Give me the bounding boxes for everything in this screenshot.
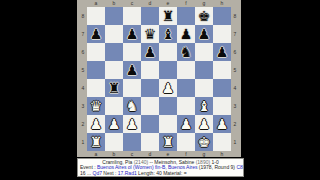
square-h7[interactable] xyxy=(213,25,231,43)
square-c2[interactable]: ♟ xyxy=(123,115,141,133)
file-label-bottom-e: e xyxy=(159,151,177,157)
file-label-top-b: b xyxy=(105,0,123,7)
square-b1[interactable] xyxy=(105,133,123,151)
game-info-line3-seg3-text: Next : xyxy=(102,170,118,176)
game-info-line3-seg1-text: 16 ... xyxy=(80,170,93,176)
piece-black-king-g8[interactable]: ♚ xyxy=(198,7,211,25)
rank-label-right-2: 2 xyxy=(231,115,239,133)
game-info-line3-seg4-link[interactable]: 17.Rad1 xyxy=(118,170,137,176)
square-f5[interactable] xyxy=(177,61,195,79)
square-h3[interactable] xyxy=(213,97,231,115)
piece-black-pawn-a7[interactable]: ♟ xyxy=(90,25,103,43)
file-label-bottom-f: f xyxy=(177,151,195,157)
square-c5[interactable]: ♟ xyxy=(123,61,141,79)
board-corner xyxy=(231,151,239,157)
square-d5[interactable] xyxy=(141,61,159,79)
file-label-top-g: g xyxy=(195,0,213,7)
file-label-top-d: d xyxy=(141,0,159,7)
rank-label-right-1: 1 xyxy=(231,133,239,151)
game-info-line-3: 16 ... Qd7 Next : 17.Rad1 Length: 40 Mat… xyxy=(80,171,241,176)
square-b8[interactable] xyxy=(105,7,123,25)
square-d6[interactable]: ♟ xyxy=(141,43,159,61)
square-d8[interactable] xyxy=(141,7,159,25)
piece-white-rook-a1[interactable]: ♜ xyxy=(90,133,103,151)
chess-board: abcdefgh8♜♚87♟♟♛♝♟♟76♟♞♟65♟54♜♟43♛♞♝32♟♟… xyxy=(79,0,239,157)
square-h8[interactable] xyxy=(213,7,231,25)
square-g8[interactable]: ♚ xyxy=(195,7,213,25)
piece-white-bishop-g3[interactable]: ♝ xyxy=(198,97,211,115)
square-g6[interactable] xyxy=(195,43,213,61)
rank-label-left-8: 8 xyxy=(79,7,87,25)
rank-label-left-6: 6 xyxy=(79,43,87,61)
square-c1[interactable] xyxy=(123,133,141,151)
file-label-top-c: c xyxy=(123,0,141,7)
square-h1[interactable] xyxy=(213,133,231,151)
square-b5[interactable] xyxy=(105,61,123,79)
piece-white-pawn-g2[interactable]: ♟ xyxy=(198,115,211,133)
rank-label-right-3: 3 xyxy=(231,97,239,115)
square-f6[interactable]: ♞ xyxy=(177,43,195,61)
square-b2[interactable]: ♟ xyxy=(105,115,123,133)
square-d1[interactable] xyxy=(141,133,159,151)
square-d4[interactable] xyxy=(141,79,159,97)
square-e1[interactable]: ♜ xyxy=(159,133,177,151)
file-label-top-h: h xyxy=(213,0,231,7)
piece-white-knight-c3[interactable]: ♞ xyxy=(126,97,139,115)
square-f1[interactable] xyxy=(177,133,195,151)
file-label-top-f: f xyxy=(177,0,195,7)
square-e6[interactable] xyxy=(159,43,177,61)
square-b6[interactable] xyxy=(105,43,123,61)
square-a7[interactable]: ♟ xyxy=(87,25,105,43)
piece-white-pawn-a2[interactable]: ♟ xyxy=(90,115,103,133)
square-c7[interactable]: ♟ xyxy=(123,25,141,43)
piece-white-pawn-f2[interactable]: ♟ xyxy=(180,115,193,133)
square-d2[interactable] xyxy=(141,115,159,133)
piece-white-king-g1[interactable]: ♚ xyxy=(198,133,211,151)
piece-black-pawn-c5[interactable]: ♟ xyxy=(126,61,139,79)
file-label-top-a: a xyxy=(87,0,105,7)
square-e5[interactable] xyxy=(159,61,177,79)
square-e7[interactable]: ♝ xyxy=(159,25,177,43)
piece-black-pawn-f7[interactable]: ♟ xyxy=(180,25,193,43)
square-f2[interactable]: ♟ xyxy=(177,115,195,133)
file-label-bottom-d: d xyxy=(141,151,159,157)
piece-black-pawn-g7[interactable]: ♟ xyxy=(198,25,211,43)
square-e4[interactable]: ♟ xyxy=(159,79,177,97)
square-f8[interactable] xyxy=(177,7,195,25)
square-f7[interactable]: ♟ xyxy=(177,25,195,43)
piece-white-pawn-c2[interactable]: ♟ xyxy=(126,115,139,133)
rank-label-left-7: 7 xyxy=(79,25,87,43)
chess-board-panel: abcdefgh8♜♚87♟♟♛♝♟♟76♟♞♟65♟54♜♟43♛♞♝32♟♟… xyxy=(77,0,241,157)
game-info-line2-seg3-text: (1978, Round 9) xyxy=(197,164,236,170)
rank-label-left-2: 2 xyxy=(79,115,87,133)
square-g4[interactable] xyxy=(195,79,213,97)
game-info-line3-seg5-text: Length: 40 xyxy=(137,170,162,176)
square-h6[interactable]: ♟ xyxy=(213,43,231,61)
square-e3[interactable] xyxy=(159,97,177,115)
piece-white-rook-e1[interactable]: ♜ xyxy=(162,133,175,151)
piece-black-pawn-d6[interactable]: ♟ xyxy=(144,43,157,61)
rank-label-left-5: 5 xyxy=(79,61,87,79)
rank-label-right-8: 8 xyxy=(231,7,239,25)
square-e2[interactable] xyxy=(159,115,177,133)
board-corner xyxy=(231,0,239,7)
square-h5[interactable] xyxy=(213,61,231,79)
square-c8[interactable] xyxy=(123,7,141,25)
game-info-bar: Cramling, Pia (2140) -- Meinsohn, Sabine… xyxy=(77,158,244,177)
square-b4[interactable]: ♜ xyxy=(105,79,123,97)
file-label-bottom-g: g xyxy=(195,151,213,157)
square-e8[interactable]: ♜ xyxy=(159,7,177,25)
piece-black-rook-b4[interactable]: ♜ xyxy=(108,79,121,97)
square-a4[interactable] xyxy=(87,79,105,97)
square-f4[interactable] xyxy=(177,79,195,97)
piece-black-pawn-h6[interactable]: ♟ xyxy=(216,43,229,61)
square-a8[interactable] xyxy=(87,7,105,25)
file-label-bottom-c: c xyxy=(123,151,141,157)
square-b7[interactable] xyxy=(105,25,123,43)
rank-label-left-3: 3 xyxy=(79,97,87,115)
piece-black-rook-e8[interactable]: ♜ xyxy=(162,7,175,25)
rank-label-left-1: 1 xyxy=(79,133,87,151)
square-g3[interactable]: ♝ xyxy=(195,97,213,115)
square-h2[interactable]: ♟ xyxy=(213,115,231,133)
square-a2[interactable]: ♟ xyxy=(87,115,105,133)
file-label-bottom-a: a xyxy=(87,151,105,157)
piece-white-pawn-h2[interactable]: ♟ xyxy=(216,115,229,133)
square-g7[interactable]: ♟ xyxy=(195,25,213,43)
square-c6[interactable] xyxy=(123,43,141,61)
square-b3[interactable] xyxy=(105,97,123,115)
square-a6[interactable] xyxy=(87,43,105,61)
piece-black-pawn-c7[interactable]: ♟ xyxy=(126,25,139,43)
piece-black-queen-d7[interactable]: ♛ xyxy=(144,25,157,43)
square-f3[interactable] xyxy=(177,97,195,115)
square-a5[interactable] xyxy=(87,61,105,79)
game-info-line3-seg6-text: Material: = xyxy=(162,170,187,176)
file-label-bottom-h: h xyxy=(213,151,231,157)
square-a3[interactable]: ♛ xyxy=(87,97,105,115)
piece-white-queen-a3[interactable]: ♛ xyxy=(90,97,103,115)
game-info-line3-seg2-link[interactable]: Qd7 xyxy=(93,170,102,176)
piece-white-pawn-b2[interactable]: ♟ xyxy=(108,115,121,133)
square-g2[interactable]: ♟ xyxy=(195,115,213,133)
video-frame: abcdefgh8♜♚87♟♟♛♝♟♟76♟♞♟65♟54♜♟43♛♞♝32♟♟… xyxy=(0,0,320,180)
file-label-bottom-b: b xyxy=(105,151,123,157)
rank-label-left-4: 4 xyxy=(79,79,87,97)
square-h4[interactable] xyxy=(213,79,231,97)
rank-label-right-5: 5 xyxy=(231,61,239,79)
game-info-line2-seg4-link[interactable]: C88 xyxy=(236,164,244,170)
file-label-top-e: e xyxy=(159,0,177,7)
piece-black-knight-f6[interactable]: ♞ xyxy=(180,43,193,61)
square-g5[interactable] xyxy=(195,61,213,79)
square-c3[interactable]: ♞ xyxy=(123,97,141,115)
board-corner xyxy=(79,151,87,157)
rank-label-right-7: 7 xyxy=(231,25,239,43)
piece-black-bishop-e7[interactable]: ♝ xyxy=(162,25,175,43)
square-d3[interactable] xyxy=(141,97,159,115)
board-corner xyxy=(79,0,87,7)
square-c4[interactable] xyxy=(123,79,141,97)
piece-white-pawn-e4[interactable]: ♟ xyxy=(162,79,175,97)
square-d7[interactable]: ♛ xyxy=(141,25,159,43)
rank-label-right-4: 4 xyxy=(231,79,239,97)
rank-label-right-6: 6 xyxy=(231,43,239,61)
square-a1[interactable]: ♜ xyxy=(87,133,105,151)
square-g1[interactable]: ♚ xyxy=(195,133,213,151)
